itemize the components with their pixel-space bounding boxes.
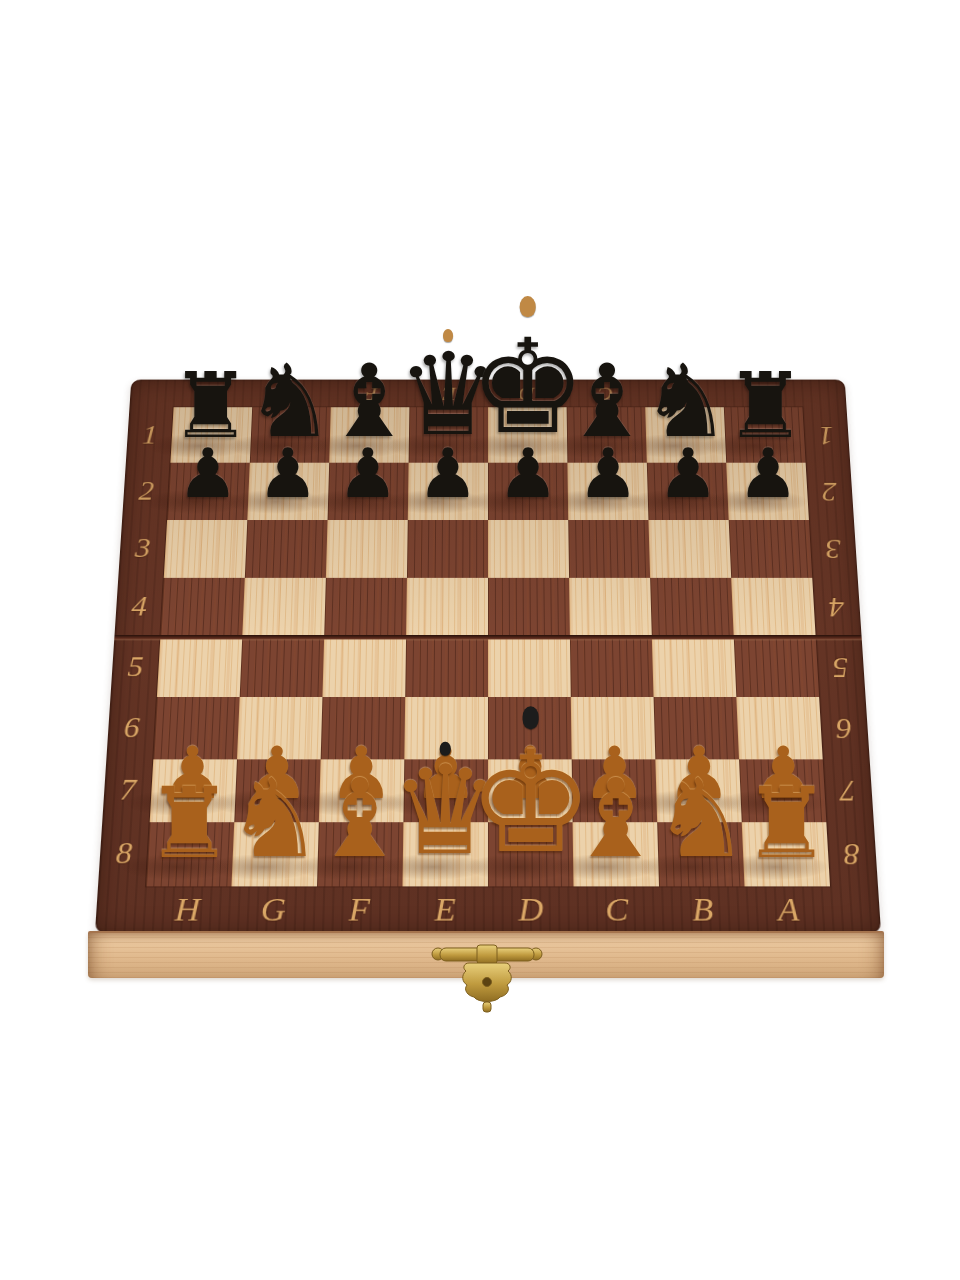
coordinate-label: D xyxy=(488,886,574,933)
coordinate-label: H xyxy=(143,886,231,933)
coordinate-label: 1 xyxy=(126,407,174,463)
square-b5[interactable] xyxy=(652,637,737,697)
piece-black-pawn-f2[interactable]: ♟ xyxy=(337,440,398,508)
coordinate-label: 3 xyxy=(118,520,167,578)
square-f5[interactable] xyxy=(322,637,406,697)
square-g4[interactable] xyxy=(242,578,326,637)
coordinate-label: 8 xyxy=(826,822,878,886)
coordinate-label: 6 xyxy=(819,697,869,759)
square-f3[interactable] xyxy=(326,520,408,578)
square-e5[interactable] xyxy=(405,637,488,697)
square-c4[interactable] xyxy=(569,578,652,637)
square-a4[interactable] xyxy=(731,578,815,637)
coordinate-label: 4 xyxy=(114,578,163,637)
coordinate-label: F xyxy=(316,886,403,933)
square-d3[interactable] xyxy=(488,520,569,578)
square-g3[interactable] xyxy=(245,520,328,578)
piece-black-pawn-b2[interactable]: ♟ xyxy=(657,440,718,508)
piece-wood-rook-a8[interactable]: ♜ xyxy=(743,775,831,873)
finial-tip xyxy=(440,742,450,756)
finial-tip xyxy=(444,329,454,342)
square-g5[interactable] xyxy=(240,637,325,697)
piece-black-pawn-a2[interactable]: ♟ xyxy=(738,440,799,508)
square-f4[interactable] xyxy=(324,578,407,637)
coordinate-label: G xyxy=(229,886,317,933)
piece-black-pawn-h2[interactable]: ♟ xyxy=(177,440,238,508)
piece-black-pawn-g2[interactable]: ♟ xyxy=(257,440,318,508)
piece-black-pawn-e2[interactable]: ♟ xyxy=(417,440,478,508)
square-h5[interactable] xyxy=(157,637,242,697)
square-h4[interactable] xyxy=(160,578,244,637)
piece-black-pawn-c2[interactable]: ♟ xyxy=(577,440,638,508)
square-a5[interactable] xyxy=(734,637,819,697)
piece-black-pawn-d2[interactable]: ♟ xyxy=(497,440,558,508)
file-labels-bottom: HGFEDCBA xyxy=(143,886,832,933)
coordinate-label: 5 xyxy=(110,637,160,697)
coordinate-label: E xyxy=(402,886,488,933)
piece-wood-knight-g8[interactable]: ♞ xyxy=(226,765,323,873)
piece-wood-rook-h8[interactable]: ♜ xyxy=(146,775,234,873)
brass-clasp-icon xyxy=(422,935,552,1019)
square-a3[interactable] xyxy=(729,520,813,578)
piece-wood-knight-b8[interactable]: ♞ xyxy=(653,765,750,873)
coordinate-label: 8 xyxy=(98,822,150,886)
coordinate-label: 3 xyxy=(809,520,858,578)
coordinate-label: 5 xyxy=(816,637,866,697)
coordinate-label: 2 xyxy=(806,463,854,520)
coordinate-label: 6 xyxy=(106,697,156,759)
finial-tip xyxy=(522,706,539,728)
coordinate-label: C xyxy=(574,886,661,933)
coordinate-label: 1 xyxy=(802,407,850,463)
square-d5[interactable] xyxy=(488,637,571,697)
square-h3[interactable] xyxy=(164,520,248,578)
piece-wood-bishop-c8[interactable]: ♝ xyxy=(567,765,664,873)
square-c3[interactable] xyxy=(568,520,650,578)
coordinate-label: 2 xyxy=(122,463,170,520)
square-d4[interactable] xyxy=(488,578,570,637)
square-e3[interactable] xyxy=(407,520,488,578)
square-e4[interactable] xyxy=(406,578,488,637)
photo-stage: 12345678 12345678 HGFEDCBA HGFEDCBA ♜♞♝♛… xyxy=(0,0,960,1280)
square-b3[interactable] xyxy=(648,520,731,578)
finial-tip xyxy=(520,297,536,318)
coordinate-label: B xyxy=(659,886,747,933)
square-b4[interactable] xyxy=(650,578,734,637)
square-c5[interactable] xyxy=(570,637,654,697)
coordinate-label: A xyxy=(745,886,833,933)
coordinate-label: 4 xyxy=(812,578,861,637)
fold-seam xyxy=(114,635,862,639)
